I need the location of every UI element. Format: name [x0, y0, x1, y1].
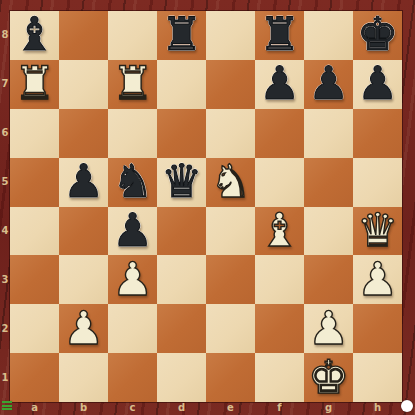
- square-b4[interactable]: [59, 207, 108, 256]
- file-label-d: d: [157, 402, 206, 415]
- black-knight[interactable]: ♞: [112, 158, 153, 204]
- square-c6[interactable]: [108, 109, 157, 158]
- square-a8[interactable]: ♝: [10, 11, 59, 60]
- square-b1[interactable]: [59, 353, 108, 402]
- square-d4[interactable]: [157, 207, 206, 256]
- rank-label-6: 6: [0, 128, 10, 138]
- black-queen[interactable]: ♛: [161, 158, 202, 204]
- chess-board-frame: ♝♜♜♚♜♜♟♟♟♟♞♛♞♟♝♛♟♟♟♟♚ 87654321 abcdefgh: [0, 0, 415, 415]
- rank-label-4: 4: [0, 226, 10, 236]
- square-f5[interactable]: [255, 158, 304, 207]
- square-c2[interactable]: [108, 304, 157, 353]
- square-g2[interactable]: ♟: [304, 304, 353, 353]
- white-pawn[interactable]: ♟: [112, 256, 153, 302]
- square-a7[interactable]: ♜: [10, 60, 59, 109]
- file-label-a: a: [10, 402, 59, 415]
- square-f6[interactable]: [255, 109, 304, 158]
- hamburger-menu-icon[interactable]: [2, 401, 12, 410]
- square-b8[interactable]: [59, 11, 108, 60]
- black-pawn[interactable]: ♟: [357, 60, 398, 106]
- black-rook[interactable]: ♜: [161, 11, 202, 57]
- square-e7[interactable]: [206, 60, 255, 109]
- square-f3[interactable]: [255, 255, 304, 304]
- square-g6[interactable]: [304, 109, 353, 158]
- square-g3[interactable]: [304, 255, 353, 304]
- file-label-c: c: [108, 402, 157, 415]
- white-pawn[interactable]: ♟: [357, 256, 398, 302]
- square-g1[interactable]: ♚: [304, 353, 353, 402]
- rank-label-2: 2: [0, 324, 10, 334]
- square-e5[interactable]: ♞: [206, 158, 255, 207]
- square-b6[interactable]: [59, 109, 108, 158]
- file-label-b: b: [59, 402, 108, 415]
- black-pawn[interactable]: ♟: [308, 60, 349, 106]
- square-c3[interactable]: ♟: [108, 255, 157, 304]
- black-pawn[interactable]: ♟: [63, 158, 104, 204]
- white-rook[interactable]: ♜: [112, 60, 153, 106]
- square-d5[interactable]: ♛: [157, 158, 206, 207]
- square-g7[interactable]: ♟: [304, 60, 353, 109]
- square-b2[interactable]: ♟: [59, 304, 108, 353]
- square-g4[interactable]: [304, 207, 353, 256]
- rank-label-3: 3: [0, 275, 10, 285]
- file-label-e: e: [206, 402, 255, 415]
- square-e4[interactable]: [206, 207, 255, 256]
- square-g5[interactable]: [304, 158, 353, 207]
- square-d1[interactable]: [157, 353, 206, 402]
- square-h5[interactable]: [353, 158, 402, 207]
- square-e6[interactable]: [206, 109, 255, 158]
- square-g8[interactable]: [304, 11, 353, 60]
- white-king[interactable]: ♚: [308, 354, 349, 400]
- square-a2[interactable]: [10, 304, 59, 353]
- square-h1[interactable]: [353, 353, 402, 402]
- file-label-g: g: [304, 402, 353, 415]
- white-to-move-indicator: [401, 400, 413, 412]
- black-pawn[interactable]: ♟: [259, 60, 300, 106]
- square-c5[interactable]: ♞: [108, 158, 157, 207]
- square-h8[interactable]: ♚: [353, 11, 402, 60]
- square-e8[interactable]: [206, 11, 255, 60]
- square-d7[interactable]: [157, 60, 206, 109]
- square-f8[interactable]: ♜: [255, 11, 304, 60]
- rank-label-7: 7: [0, 79, 10, 89]
- square-a3[interactable]: [10, 255, 59, 304]
- white-knight[interactable]: ♞: [210, 158, 251, 204]
- square-c1[interactable]: [108, 353, 157, 402]
- square-c7[interactable]: ♜: [108, 60, 157, 109]
- file-label-f: f: [255, 402, 304, 415]
- white-bishop[interactable]: ♝: [259, 207, 300, 253]
- black-pawn[interactable]: ♟: [112, 207, 153, 253]
- square-h7[interactable]: ♟: [353, 60, 402, 109]
- square-h4[interactable]: ♛: [353, 207, 402, 256]
- square-a5[interactable]: [10, 158, 59, 207]
- square-e1[interactable]: [206, 353, 255, 402]
- square-f1[interactable]: [255, 353, 304, 402]
- square-f2[interactable]: [255, 304, 304, 353]
- square-d3[interactable]: [157, 255, 206, 304]
- square-d8[interactable]: ♜: [157, 11, 206, 60]
- square-h2[interactable]: [353, 304, 402, 353]
- white-pawn[interactable]: ♟: [63, 305, 104, 351]
- square-b3[interactable]: [59, 255, 108, 304]
- square-h6[interactable]: [353, 109, 402, 158]
- square-a1[interactable]: [10, 353, 59, 402]
- black-rook[interactable]: ♜: [259, 11, 300, 57]
- square-e2[interactable]: [206, 304, 255, 353]
- white-queen[interactable]: ♛: [357, 207, 398, 253]
- chess-board: ♝♜♜♚♜♜♟♟♟♟♞♛♞♟♝♛♟♟♟♟♚: [10, 11, 402, 402]
- square-b5[interactable]: ♟: [59, 158, 108, 207]
- black-king[interactable]: ♚: [357, 11, 398, 57]
- square-f7[interactable]: ♟: [255, 60, 304, 109]
- white-pawn[interactable]: ♟: [308, 305, 349, 351]
- rank-label-8: 8: [0, 30, 10, 40]
- square-d6[interactable]: [157, 109, 206, 158]
- square-f4[interactable]: ♝: [255, 207, 304, 256]
- file-label-h: h: [353, 402, 402, 415]
- square-h3[interactable]: ♟: [353, 255, 402, 304]
- square-b7[interactable]: [59, 60, 108, 109]
- square-a4[interactable]: [10, 207, 59, 256]
- rank-label-5: 5: [0, 177, 10, 187]
- square-e3[interactable]: [206, 255, 255, 304]
- rank-label-1: 1: [0, 373, 10, 383]
- square-c8[interactable]: [108, 11, 157, 60]
- black-bishop[interactable]: ♝: [14, 11, 55, 57]
- white-rook[interactable]: ♜: [14, 60, 55, 106]
- square-d2[interactable]: [157, 304, 206, 353]
- square-a6[interactable]: [10, 109, 59, 158]
- square-c4[interactable]: ♟: [108, 207, 157, 256]
